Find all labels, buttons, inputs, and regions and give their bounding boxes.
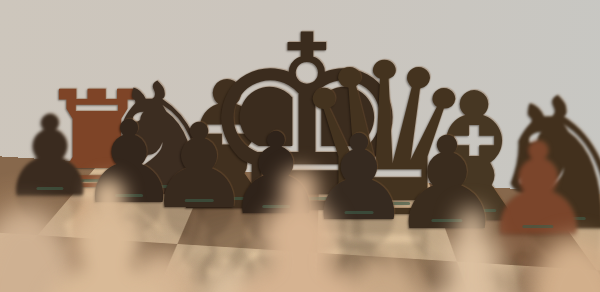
- blurred-light-piece: ♟: [8, 152, 207, 292]
- blurred-light-piece: ♟: [193, 141, 407, 292]
- photo-stage: ♟♟♜♜♟♟♞♞♟♟♝♝♟♟♚♚♟♟♛♛♟♟♝♝♟♟♞♞ ♟♟♟: [0, 0, 600, 292]
- blurred-light-piece: ♟: [390, 187, 554, 292]
